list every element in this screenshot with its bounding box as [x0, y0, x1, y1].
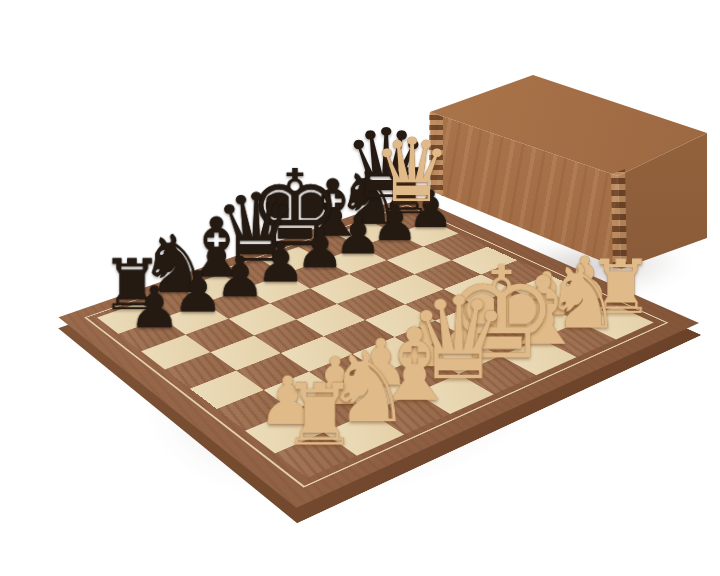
white-rook-a1: ♜ [281, 372, 358, 457]
black-pawn-a7: ♟ [129, 279, 181, 337]
spare-white-queen: ♛ [373, 127, 452, 215]
